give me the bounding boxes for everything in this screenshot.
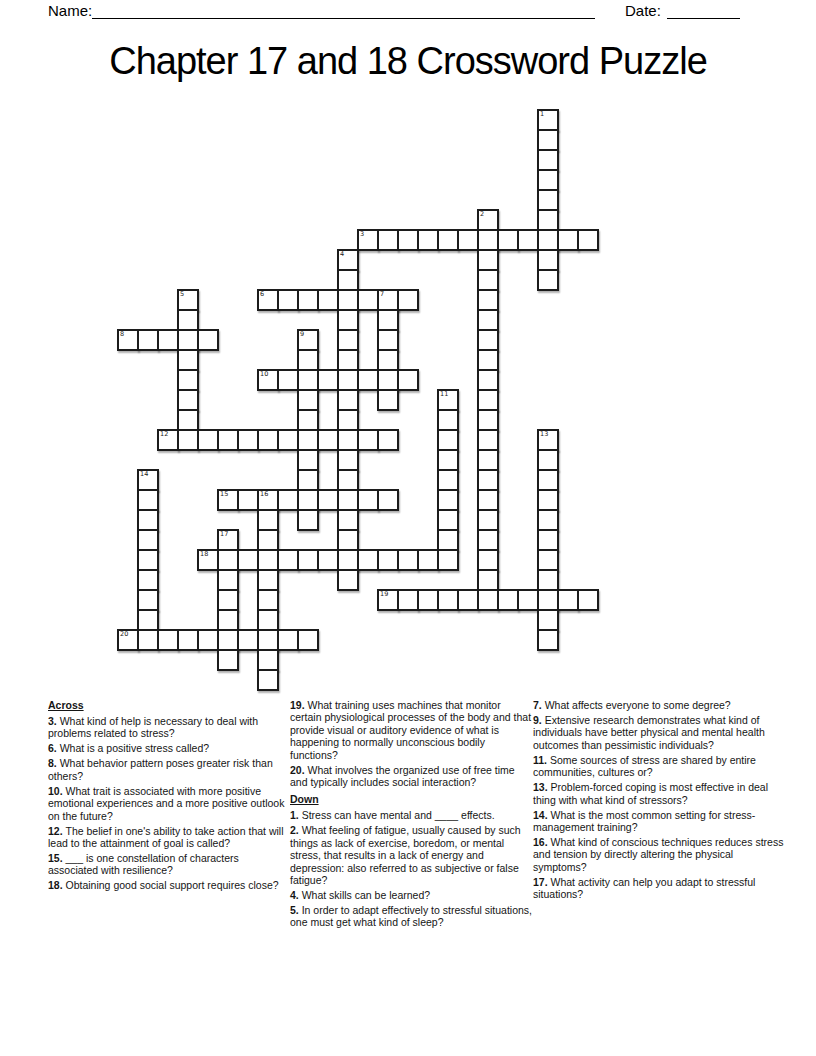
clue-down-1: 1. Stress can have mental and ____ effec… (290, 809, 534, 821)
grid-number-8: 8 (120, 330, 124, 338)
grid-number-13: 13 (540, 430, 548, 438)
grid-number-10: 10 (260, 370, 268, 378)
grid-cell-r22c10[interactable] (317, 549, 339, 571)
grid-cell-r22c11[interactable] (337, 549, 359, 571)
clue-down-2: 2. What feeling of fatigue, usually caus… (290, 824, 534, 886)
grid-cell-r6c20[interactable] (517, 229, 539, 251)
grid-cell-r16c16[interactable] (437, 429, 459, 451)
clue-down-5: 5. In order to adapt effectively to stre… (290, 904, 534, 929)
grid-cell-r18c18[interactable] (477, 469, 499, 491)
grid-cell-r22c8[interactable] (277, 549, 299, 571)
grid-cell-r11c0[interactable]: 8 (117, 329, 139, 351)
grid-cell-r9c14[interactable] (397, 289, 419, 311)
grid-cell-r13c12[interactable] (357, 369, 379, 391)
grid-cell-r23c1[interactable] (137, 569, 159, 591)
grid-cell-r19c1[interactable] (137, 489, 159, 511)
name-label: Name: (48, 2, 92, 19)
grid-cell-r24c5[interactable] (217, 589, 239, 611)
grid-cell-r20c1[interactable] (137, 509, 159, 531)
grid-cell-r16c13[interactable] (377, 429, 399, 451)
grid-cell-r2c21[interactable] (537, 149, 559, 171)
clue-across-19: 19. What training uses machines that mon… (290, 699, 534, 761)
grid-cell-r13c8[interactable] (277, 369, 299, 391)
grid-cell-r22c18[interactable] (477, 549, 499, 571)
grid-cell-r6c17[interactable] (457, 229, 479, 251)
grid-number-4: 4 (340, 250, 344, 258)
grid-cell-r19c6[interactable] (237, 489, 259, 511)
grid-cell-r8c18[interactable] (477, 269, 499, 291)
clue-down-17: 17. What activity can help you adapt to … (533, 876, 784, 901)
grid-cell-r11c13[interactable] (377, 329, 399, 351)
clue-down-14: 14. What is the most common setting for … (533, 809, 784, 834)
grid-number-16: 16 (260, 490, 268, 498)
name-input-line[interactable] (92, 2, 595, 19)
grid-cell-r6c21[interactable] (537, 229, 559, 251)
clues-column-across: Across3. What kind of help is necessary … (48, 699, 288, 894)
grid-cell-r14c13[interactable] (377, 389, 399, 411)
grid-cell-r24c18[interactable] (477, 589, 499, 611)
grid-cell-r26c3[interactable] (177, 629, 199, 651)
grid-cell-r28c7[interactable] (257, 669, 279, 691)
grid-cell-r23c7[interactable] (257, 569, 279, 591)
grid-cell-r19c12[interactable] (357, 489, 379, 511)
grid-cell-r18c9[interactable] (297, 469, 319, 491)
grid-cell-r15c16[interactable] (437, 409, 459, 431)
grid-cell-r26c9[interactable] (297, 629, 319, 651)
grid-cell-r22c15[interactable] (417, 549, 439, 571)
grid-cell-r24c7[interactable] (257, 589, 279, 611)
grid-cell-r22c7[interactable] (257, 549, 279, 571)
grid-cell-r14c18[interactable] (477, 389, 499, 411)
grid-cell-r10c18[interactable] (477, 309, 499, 331)
across-heading: Across (48, 699, 288, 712)
grid-cell-r11c4[interactable] (197, 329, 219, 351)
grid-cell-r27c5[interactable] (217, 649, 239, 671)
grid-cell-r25c5[interactable] (217, 609, 239, 631)
grid-cell-r9c9[interactable] (297, 289, 319, 311)
grid-cell-r15c3[interactable] (177, 409, 199, 431)
grid-cell-r21c5[interactable]: 17 (217, 529, 239, 551)
grid-cell-r26c6[interactable] (237, 629, 259, 651)
grid-number-7: 7 (380, 290, 384, 298)
grid-cell-r21c18[interactable] (477, 529, 499, 551)
grid-cell-r7c18[interactable] (477, 249, 499, 271)
grid-cell-r17c16[interactable] (437, 449, 459, 471)
grid-cell-r21c7[interactable] (257, 529, 279, 551)
grid-cell-r22c21[interactable] (537, 549, 559, 571)
grid-cell-r19c16[interactable] (437, 489, 459, 511)
grid-cell-r15c9[interactable] (297, 409, 319, 431)
grid-cell-r22c5[interactable] (217, 549, 239, 571)
grid-cell-r14c16[interactable]: 11 (437, 389, 459, 411)
grid-cell-r11c18[interactable] (477, 329, 499, 351)
clue-across-12: 12. The belief in one's ability to take … (48, 825, 288, 850)
grid-cell-r24c17[interactable] (457, 589, 479, 611)
grid-cell-r8c11[interactable] (337, 269, 359, 291)
grid-cell-r12c11[interactable] (337, 349, 359, 371)
grid-cell-r11c2[interactable] (157, 329, 179, 351)
grid-cell-r9c7[interactable]: 6 (257, 289, 279, 311)
date-input-line[interactable] (667, 2, 740, 19)
grid-number-5: 5 (180, 290, 184, 298)
grid-number-12: 12 (160, 430, 168, 438)
clue-across-3: 3. What kind of help is necessary to dea… (48, 715, 288, 740)
grid-cell-r13c14[interactable] (397, 369, 419, 391)
grid-number-2: 2 (480, 210, 484, 218)
grid-cell-r26c21[interactable] (537, 629, 559, 651)
clue-across-6: 6. What is a positive stress called? (48, 742, 288, 754)
grid-cell-r11c9[interactable]: 9 (297, 329, 319, 351)
grid-cell-r18c1[interactable]: 14 (137, 469, 159, 491)
page-title: Chapter 17 and 18 Crossword Puzzle (0, 40, 816, 83)
clue-down-4: 4. What skills can be learned? (290, 889, 534, 901)
grid-cell-r12c13[interactable] (377, 349, 399, 371)
grid-cell-r15c11[interactable] (337, 409, 359, 431)
grid-cell-r19c7[interactable]: 16 (257, 489, 279, 511)
grid-cell-r6c19[interactable] (497, 229, 519, 251)
grid-number-6: 6 (260, 290, 264, 298)
grid-cell-r18c11[interactable] (337, 469, 359, 491)
grid-cell-r9c3[interactable]: 5 (177, 289, 199, 311)
grid-cell-r16c12[interactable] (357, 429, 379, 451)
down-heading: Down (290, 793, 534, 806)
clue-across-10: 10. What trait is associated with more p… (48, 785, 288, 822)
grid-cell-r16c10[interactable] (317, 429, 339, 451)
grid-cell-r26c8[interactable] (277, 629, 299, 651)
grid-cell-r26c5[interactable] (217, 629, 239, 651)
grid-cell-r14c11[interactable] (337, 389, 359, 411)
grid-cell-r25c21[interactable] (537, 609, 559, 631)
grid-cell-r13c18[interactable] (477, 369, 499, 391)
grid-cell-r12c9[interactable] (297, 349, 319, 371)
grid-cell-r17c18[interactable] (477, 449, 499, 471)
grid-cell-r27c7[interactable] (257, 649, 279, 671)
grid-cell-r10c13[interactable] (377, 309, 399, 331)
grid-cell-r20c18[interactable] (477, 509, 499, 531)
clue-across-18: 18. Obtaining good social support requir… (48, 879, 288, 891)
grid-cell-r26c4[interactable] (197, 629, 219, 651)
grid-cell-r24c13[interactable]: 19 (377, 589, 399, 611)
grid-cell-r13c11[interactable] (337, 369, 359, 391)
grid-cell-r12c3[interactable] (177, 349, 199, 371)
grid-cell-r16c8[interactable] (277, 429, 299, 451)
grid-cell-r25c7[interactable] (257, 609, 279, 631)
grid-cell-r7c21[interactable] (537, 249, 559, 271)
grid-cell-r19c9[interactable] (297, 489, 319, 511)
grid-cell-r21c11[interactable] (337, 529, 359, 551)
grid-cell-r13c3[interactable] (177, 369, 199, 391)
grid-cell-r26c2[interactable] (157, 629, 179, 651)
grid-cell-r16c18[interactable] (477, 429, 499, 451)
grid-cell-r24c14[interactable] (397, 589, 419, 611)
date-label: Date: (625, 2, 661, 19)
grid-cell-r18c21[interactable] (537, 469, 559, 491)
grid-cell-r11c11[interactable] (337, 329, 359, 351)
grid-cell-r22c9[interactable] (297, 549, 319, 571)
grid-cell-r24c16[interactable] (437, 589, 459, 611)
grid-cell-r19c11[interactable] (337, 489, 359, 511)
grid-cell-r20c9[interactable] (297, 509, 319, 531)
grid-cell-r23c5[interactable] (217, 569, 239, 591)
clue-down-16: 16. What kind of conscious techniques re… (533, 836, 784, 873)
grid-cell-r24c20[interactable] (517, 589, 539, 611)
grid-cell-r15c18[interactable] (477, 409, 499, 431)
grid-cell-r6c15[interactable] (417, 229, 439, 251)
grid-cell-r19c21[interactable] (537, 489, 559, 511)
grid-number-1: 1 (540, 110, 544, 118)
grid-cell-r25c1[interactable] (137, 609, 159, 631)
clue-down-13: 13. Problem-forced coping is most effect… (533, 781, 784, 806)
grid-cell-r24c1[interactable] (137, 589, 159, 611)
grid-cell-r19c8[interactable] (277, 489, 299, 511)
grid-cell-r26c7[interactable] (257, 629, 279, 651)
grid-cell-r22c13[interactable] (377, 549, 399, 571)
grid-cell-r16c6[interactable] (237, 429, 259, 451)
grid-cell-r22c16[interactable] (437, 549, 459, 571)
grid-number-3: 3 (360, 230, 364, 238)
grid-cell-r17c9[interactable] (297, 449, 319, 471)
grid-cell-r20c11[interactable] (337, 509, 359, 531)
grid-cell-r6c18[interactable] (477, 229, 499, 251)
grid-cell-r24c19[interactable] (497, 589, 519, 611)
grid-cell-r17c21[interactable] (537, 449, 559, 471)
grid-cell-r11c1[interactable] (137, 329, 159, 351)
grid-cell-r26c0[interactable]: 20 (117, 629, 139, 651)
clue-down-9: 9. Extensive research demonstrates what … (533, 714, 784, 751)
grid-cell-r19c10[interactable] (317, 489, 339, 511)
grid-cell-r21c1[interactable] (137, 529, 159, 551)
grid-cell-r23c18[interactable] (477, 569, 499, 591)
grid-cell-r16c9[interactable] (297, 429, 319, 451)
grid-cell-r16c4[interactable] (197, 429, 219, 451)
clue-across-20: 20. What involves the organized use of f… (290, 764, 534, 789)
grid-cell-r11c3[interactable] (177, 329, 199, 351)
grid-cell-r17c11[interactable] (337, 449, 359, 471)
grid-cell-r19c13[interactable] (377, 489, 399, 511)
worksheet-page: Name: Date: Chapter 17 and 18 Crossword … (0, 0, 816, 1056)
clue-across-8: 8. What behavior pattern poses greater r… (48, 757, 288, 782)
grid-cell-r6c16[interactable] (437, 229, 459, 251)
grid-cell-r24c21[interactable] (537, 589, 559, 611)
grid-cell-r16c11[interactable] (337, 429, 359, 451)
grid-cell-r9c11[interactable] (337, 289, 359, 311)
grid-cell-r9c12[interactable] (357, 289, 379, 311)
grid-cell-r6c23[interactable] (577, 229, 599, 251)
grid-cell-r6c14[interactable] (397, 229, 419, 251)
grid-cell-r13c9[interactable] (297, 369, 319, 391)
grid-cell-r23c21[interactable] (537, 569, 559, 591)
clues-column-middle: 19. What training uses machines that mon… (290, 699, 534, 931)
grid-cell-r22c6[interactable] (237, 549, 259, 571)
grid-cell-r22c1[interactable] (137, 549, 159, 571)
grid-cell-r7c11[interactable]: 4 (337, 249, 359, 271)
clue-down-7: 7. What affects everyone to some degree? (533, 699, 784, 711)
grid-cell-r9c8[interactable] (277, 289, 299, 311)
grid-cell-r9c13[interactable]: 7 (377, 289, 399, 311)
grid-cell-r24c23[interactable] (577, 589, 599, 611)
grid-cell-r20c21[interactable] (537, 509, 559, 531)
grid-cell-r13c10[interactable] (317, 369, 339, 391)
grid-cell-r14c9[interactable] (297, 389, 319, 411)
grid-cell-r19c5[interactable]: 15 (217, 489, 239, 511)
grid-cell-r1c21[interactable] (537, 129, 559, 151)
grid-cell-r10c3[interactable] (177, 309, 199, 331)
grid-cell-r6c13[interactable] (377, 229, 399, 251)
grid-cell-r21c16[interactable] (437, 529, 459, 551)
grid-cell-r16c7[interactable] (257, 429, 279, 451)
grid-cell-r9c10[interactable] (317, 289, 339, 311)
grid-cell-r18c16[interactable] (437, 469, 459, 491)
grid-cell-r4c21[interactable] (537, 189, 559, 211)
grid-cell-r12c18[interactable] (477, 349, 499, 371)
grid-cell-r3c21[interactable] (537, 169, 559, 191)
crossword-grid: 1234567891011121314151617181920 (118, 110, 598, 690)
grid-cell-r0c21[interactable]: 1 (537, 109, 559, 131)
grid-cell-r22c4[interactable]: 18 (197, 549, 219, 571)
grid-number-14: 14 (140, 470, 148, 478)
grid-cell-r24c15[interactable] (417, 589, 439, 611)
grid-cell-r16c3[interactable] (177, 429, 199, 451)
grid-cell-r6c12[interactable]: 3 (357, 229, 379, 251)
grid-cell-r24c22[interactable] (557, 589, 579, 611)
grid-number-20: 20 (120, 630, 128, 638)
grid-cell-r23c11[interactable] (337, 569, 359, 591)
grid-number-11: 11 (440, 390, 448, 398)
clues-column-down: 7. What affects everyone to some degree?… (533, 699, 784, 903)
grid-cell-r13c13[interactable] (377, 369, 399, 391)
grid-cell-r8c21[interactable] (537, 269, 559, 291)
grid-cell-r16c21[interactable]: 13 (537, 429, 559, 451)
grid-cell-r21c21[interactable] (537, 529, 559, 551)
grid-cell-r14c3[interactable] (177, 389, 199, 411)
grid-cell-r10c11[interactable] (337, 309, 359, 331)
grid-cell-r26c1[interactable] (137, 629, 159, 651)
grid-cell-r20c7[interactable] (257, 509, 279, 531)
grid-cell-r19c18[interactable] (477, 489, 499, 511)
grid-cell-r9c18[interactable] (477, 289, 499, 311)
grid-number-19: 19 (380, 590, 388, 598)
grid-cell-r13c7[interactable]: 10 (257, 369, 279, 391)
clue-across-15: 15. ___ is one constellation of characte… (48, 852, 288, 877)
grid-number-17: 17 (220, 530, 228, 538)
grid-cell-r20c16[interactable] (437, 509, 459, 531)
clue-down-11: 11. Some sources of stress are shared by… (533, 754, 784, 779)
grid-cell-r16c5[interactable] (217, 429, 239, 451)
grid-cell-r5c18[interactable]: 2 (477, 209, 499, 231)
grid-cell-r6c22[interactable] (557, 229, 579, 251)
grid-number-18: 18 (200, 550, 208, 558)
grid-cell-r22c14[interactable] (397, 549, 419, 571)
grid-cell-r5c21[interactable] (537, 209, 559, 231)
grid-number-9: 9 (300, 330, 304, 338)
grid-cell-r16c2[interactable]: 12 (157, 429, 179, 451)
grid-number-15: 15 (220, 490, 228, 498)
grid-cell-r22c12[interactable] (357, 549, 379, 571)
